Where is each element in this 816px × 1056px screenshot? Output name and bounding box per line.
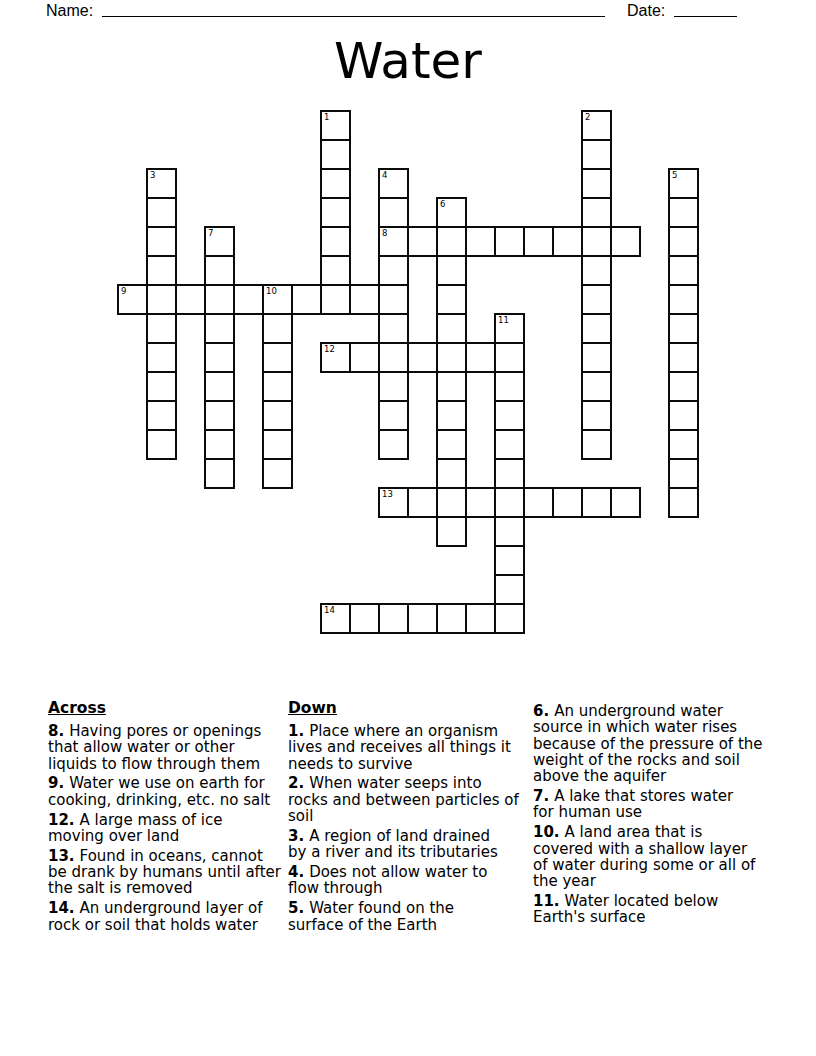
clue-text: When water seeps into rocks and between … <box>288 774 519 825</box>
across-header: Across <box>48 701 304 716</box>
grid-cell[interactable]: 1 <box>320 110 351 141</box>
grid-cell[interactable] <box>436 371 467 402</box>
grid-cell[interactable] <box>436 342 467 373</box>
down-clue-4: 4.Does not allow water to flow through <box>288 864 544 897</box>
grid-cell[interactable] <box>494 342 525 373</box>
grid-cell[interactable] <box>494 545 525 576</box>
grid-cell[interactable] <box>146 255 177 286</box>
date-blank-line[interactable] <box>674 0 737 17</box>
grid-cell[interactable] <box>552 226 583 257</box>
grid-cell[interactable] <box>378 400 409 431</box>
clue-number: 7 <box>208 229 213 238</box>
down-clue-5: 5.Water found on the surface of the Eart… <box>288 900 544 933</box>
grid-cell[interactable] <box>262 313 293 344</box>
grid-cell[interactable]: 14 <box>320 603 351 634</box>
worksheet-page: Name: Date: Water 1234567891011121314 Ac… <box>0 0 816 1056</box>
grid-cell[interactable]: 6 <box>436 197 467 228</box>
grid-cell[interactable] <box>581 313 612 344</box>
clue-number: 13 <box>382 490 393 499</box>
grid-cell[interactable] <box>581 429 612 460</box>
grid-cell[interactable] <box>204 458 235 489</box>
grid-cell[interactable] <box>291 284 322 315</box>
grid-cell[interactable] <box>378 197 409 228</box>
grid-cell[interactable] <box>320 226 351 257</box>
clue-number: 11 <box>498 316 509 325</box>
grid-cell[interactable] <box>262 371 293 402</box>
clue-text: Water found on the surface of the Earth <box>288 899 454 933</box>
grid-cell[interactable] <box>378 284 409 315</box>
clue-num-label: 14. <box>48 899 75 917</box>
grid-cell[interactable] <box>349 284 380 315</box>
grid-cell[interactable] <box>668 458 699 489</box>
grid-cell[interactable] <box>436 516 467 547</box>
grid-cell[interactable] <box>494 574 525 605</box>
grid-cell[interactable]: 13 <box>378 487 409 518</box>
down-clue-2: 2.When water seeps into rocks and betwee… <box>288 775 544 824</box>
grid-cell[interactable] <box>204 400 235 431</box>
down-header: Down <box>288 701 544 716</box>
grid-cell[interactable] <box>146 400 177 431</box>
clue-text: An underground layer of rock or soil tha… <box>48 899 262 933</box>
across-clue-13: 13.Found in oceans, cannot be drank by h… <box>48 848 304 897</box>
grid-cell[interactable] <box>436 458 467 489</box>
clue-text: A lake that stores water for human use <box>533 787 733 821</box>
clue-number: 4 <box>382 171 387 180</box>
date-label: Date: <box>627 2 665 19</box>
grid-cell[interactable] <box>436 429 467 460</box>
clue-num-label: 3. <box>288 827 304 845</box>
grid-cell[interactable] <box>378 429 409 460</box>
grid-cell[interactable]: 9 <box>117 284 148 315</box>
grid-cell[interactable] <box>581 226 612 257</box>
grid-cell[interactable] <box>320 139 351 170</box>
grid-cell[interactable] <box>668 400 699 431</box>
across-clue-9: 9.Water we use on earth for cooking, dri… <box>48 775 304 808</box>
grid-cell[interactable] <box>204 371 235 402</box>
grid-cell[interactable] <box>494 226 525 257</box>
clue-text: Having pores or openings that allow wate… <box>48 722 261 773</box>
grid-cell[interactable] <box>465 603 496 634</box>
grid-cell[interactable] <box>436 400 467 431</box>
grid-cell[interactable] <box>436 284 467 315</box>
grid-cell[interactable] <box>552 487 583 518</box>
name-label: Name: <box>46 2 93 19</box>
grid-cell[interactable] <box>146 226 177 257</box>
grid-cell[interactable] <box>349 603 380 634</box>
grid-cell[interactable] <box>262 342 293 373</box>
clue-num-label: 11. <box>533 892 560 910</box>
grid-cell[interactable] <box>378 255 409 286</box>
clue-num-label: 6. <box>533 702 549 720</box>
clue-text: A region of land drained by a river and … <box>288 827 498 861</box>
clue-number: 2 <box>585 113 590 122</box>
grid-cell[interactable] <box>581 255 612 286</box>
clue-num-label: 10. <box>533 823 560 841</box>
grid-cell[interactable] <box>494 516 525 547</box>
grid-cell[interactable]: 7 <box>204 226 235 257</box>
grid-cell[interactable] <box>349 342 380 373</box>
clue-num-label: 5. <box>288 899 304 917</box>
grid-cell[interactable] <box>581 168 612 199</box>
clue-text: Water located below Earth's surface <box>533 892 718 926</box>
down-clues-column-1: Down 1.Place where an organism lives and… <box>288 701 544 937</box>
grid-cell[interactable] <box>494 371 525 402</box>
grid-cell[interactable] <box>436 226 467 257</box>
grid-cell[interactable] <box>146 371 177 402</box>
across-clue-8: 8.Having pores or openings that allow wa… <box>48 723 304 772</box>
across-clue-12: 12.A large mass of ice moving over land <box>48 812 304 845</box>
grid-cell[interactable] <box>204 342 235 373</box>
grid-cell[interactable] <box>175 284 206 315</box>
grid-cell[interactable] <box>465 487 496 518</box>
grid-cell[interactable] <box>494 429 525 460</box>
grid-cell[interactable] <box>610 487 641 518</box>
down-clues-column-2: 6.An underground water source in which w… <box>533 703 789 929</box>
clue-num-label: 9. <box>48 774 64 792</box>
grid-cell[interactable] <box>436 487 467 518</box>
grid-cell[interactable]: 11 <box>494 313 525 344</box>
grid-cell[interactable] <box>581 284 612 315</box>
across-clue-14: 14.An underground layer of rock or soil … <box>48 900 304 933</box>
grid-cell[interactable] <box>320 168 351 199</box>
grid-cell[interactable] <box>668 429 699 460</box>
clue-number: 12 <box>324 345 335 354</box>
clue-text: A land area that is covered with a shall… <box>533 823 755 890</box>
grid-cell[interactable] <box>262 458 293 489</box>
grid-cell[interactable]: 3 <box>146 168 177 199</box>
grid-cell[interactable] <box>407 603 438 634</box>
grid-cell[interactable]: 8 <box>378 226 409 257</box>
grid-cell[interactable]: 5 <box>668 168 699 199</box>
grid-cell[interactable]: 12 <box>320 342 351 373</box>
down-clue-1: 1.Place where an organism lives and rece… <box>288 723 544 772</box>
grid-cell[interactable]: 10 <box>262 284 293 315</box>
grid-cell[interactable] <box>436 313 467 344</box>
clue-text: An underground water source in which wat… <box>533 702 763 785</box>
grid-cell[interactable] <box>523 487 554 518</box>
grid-cell[interactable] <box>262 400 293 431</box>
clue-number: 3 <box>150 171 155 180</box>
name-blank-line[interactable] <box>102 0 605 17</box>
grid-cell[interactable] <box>465 226 496 257</box>
grid-cell[interactable] <box>407 226 438 257</box>
grid-cell[interactable] <box>523 226 554 257</box>
grid-cell[interactable] <box>494 603 525 634</box>
puzzle-title: Water <box>0 30 816 92</box>
grid-cell[interactable] <box>610 226 641 257</box>
clue-num-label: 7. <box>533 787 549 805</box>
grid-cell[interactable] <box>668 342 699 373</box>
down-clue-7: 7.A lake that stores water for human use <box>533 788 789 821</box>
grid-cell[interactable] <box>378 342 409 373</box>
clue-number: 8 <box>382 229 387 238</box>
grid-cell[interactable] <box>407 487 438 518</box>
grid-cell[interactable] <box>581 400 612 431</box>
clue-text: Place where an organism lives and receiv… <box>288 722 511 773</box>
grid-cell[interactable] <box>146 284 177 315</box>
grid-cell[interactable] <box>378 371 409 402</box>
down-clue-11: 11.Water located below Earth's surface <box>533 893 789 926</box>
clue-number: 5 <box>672 171 677 180</box>
grid-cell[interactable] <box>146 342 177 373</box>
clue-text: Water we use on earth for cooking, drink… <box>48 774 270 808</box>
across-clues-column: Across 8.Having pores or openings that a… <box>48 701 304 937</box>
grid-cell[interactable] <box>204 313 235 344</box>
grid-cell[interactable] <box>320 255 351 286</box>
grid-cell[interactable] <box>146 313 177 344</box>
grid-cell[interactable] <box>668 371 699 402</box>
grid-cell[interactable] <box>436 603 467 634</box>
grid-cell[interactable] <box>581 342 612 373</box>
grid-cell[interactable] <box>494 458 525 489</box>
down-clue-3: 3.A region of land drained by a river an… <box>288 828 544 861</box>
grid-cell[interactable] <box>378 313 409 344</box>
clue-num-label: 4. <box>288 863 304 881</box>
clue-number: 14 <box>324 606 335 615</box>
grid-cell[interactable] <box>668 284 699 315</box>
grid-cell[interactable] <box>378 603 409 634</box>
grid-cell[interactable] <box>320 284 351 315</box>
clue-number: 1 <box>324 113 329 122</box>
clue-num-label: 1. <box>288 722 304 740</box>
grid-cell[interactable] <box>494 400 525 431</box>
grid-cell[interactable] <box>320 197 351 228</box>
clue-num-label: 8. <box>48 722 64 740</box>
grid-cell[interactable] <box>204 255 235 286</box>
clue-number: 10 <box>266 287 277 296</box>
clue-text: Found in oceans, cannot be drank by huma… <box>48 847 281 898</box>
grid-cell[interactable] <box>262 429 293 460</box>
grid-cell[interactable] <box>581 487 612 518</box>
grid-cell[interactable] <box>204 429 235 460</box>
clue-text: Does not allow water to flow through <box>288 863 487 897</box>
grid-cell[interactable] <box>581 371 612 402</box>
crossword-grid: 1234567891011121314 <box>117 110 699 634</box>
grid-cell[interactable] <box>465 342 496 373</box>
grid-cell[interactable] <box>581 139 612 170</box>
grid-cell[interactable] <box>204 284 235 315</box>
clue-num-label: 13. <box>48 847 75 865</box>
grid-cell[interactable] <box>581 197 612 228</box>
grid-cell[interactable] <box>668 313 699 344</box>
grid-cell[interactable] <box>668 255 699 286</box>
grid-cell[interactable]: 2 <box>581 110 612 141</box>
grid-cell[interactable] <box>668 197 699 228</box>
grid-cell[interactable] <box>436 255 467 286</box>
grid-cell[interactable] <box>146 197 177 228</box>
down-clue-10: 10.A land area that is covered with a sh… <box>533 824 789 889</box>
grid-cell[interactable] <box>407 342 438 373</box>
grid-cell[interactable]: 4 <box>378 168 409 199</box>
grid-cell[interactable] <box>668 226 699 257</box>
grid-cell[interactable] <box>494 487 525 518</box>
clue-number: 6 <box>440 200 445 209</box>
clue-num-label: 12. <box>48 811 75 829</box>
grid-cell[interactable] <box>233 284 264 315</box>
grid-cell[interactable] <box>146 429 177 460</box>
clue-num-label: 2. <box>288 774 304 792</box>
clue-number: 9 <box>121 287 126 296</box>
grid-cell[interactable] <box>668 487 699 518</box>
down-clue-6: 6.An underground water source in which w… <box>533 703 789 784</box>
